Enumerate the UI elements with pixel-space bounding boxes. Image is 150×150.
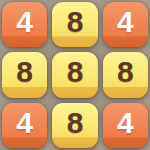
game-board: 4 8 4 8 8 8 4 8 4 (0, 0, 150, 150)
tile-r1c1[interactable]: 8 (52, 52, 97, 97)
tile-number: 8 (67, 108, 84, 138)
tile-r2c0[interactable]: 4 (2, 103, 47, 148)
tile-r0c2[interactable]: 4 (103, 2, 148, 47)
tile-r0c0[interactable]: 4 (2, 2, 47, 47)
tile-r0c1[interactable]: 8 (52, 2, 97, 47)
tile-number: 8 (67, 57, 84, 87)
tile-r1c2[interactable]: 8 (103, 52, 148, 97)
tile-r1c0[interactable]: 8 (2, 52, 47, 97)
tile-number: 4 (16, 7, 33, 37)
tile-r2c2[interactable]: 4 (103, 103, 148, 148)
tile-number: 4 (117, 108, 134, 138)
tile-number: 4 (117, 7, 134, 37)
tile-number: 8 (67, 7, 84, 37)
tile-r2c1[interactable]: 8 (52, 103, 97, 148)
tile-number: 8 (16, 57, 33, 87)
tile-number: 8 (117, 57, 134, 87)
tile-number: 4 (16, 108, 33, 138)
